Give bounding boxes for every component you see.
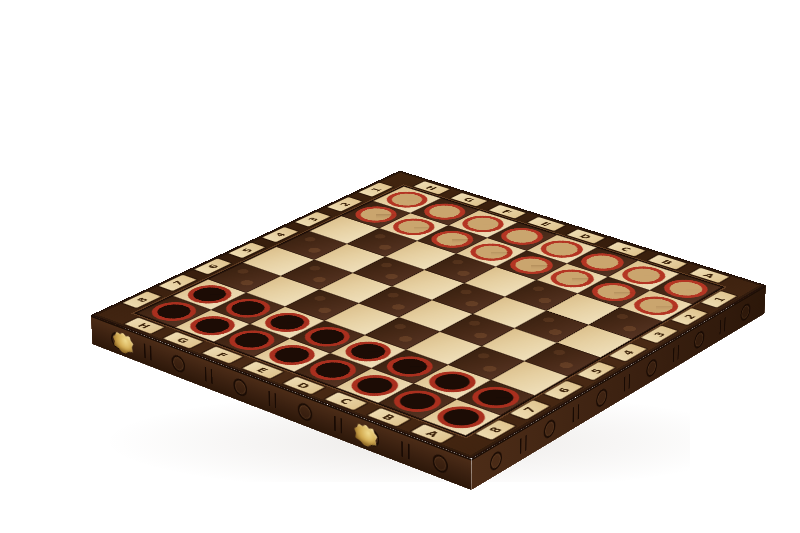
bar-carving-icon bbox=[334, 415, 342, 433]
piece-glyph: ♜ bbox=[426, 346, 496, 424]
bar-carving-icon bbox=[573, 404, 580, 423]
spiral-carving-icon bbox=[490, 449, 502, 474]
photo-stage: ABCDEFGH ABCDEFGH 87654321 87654321 ♜♞♝♛… bbox=[0, 0, 800, 533]
bar-carving-icon bbox=[624, 374, 631, 393]
piece-glyph: ♟ bbox=[630, 254, 682, 312]
spiral-carving-icon bbox=[297, 401, 312, 424]
spiral-carving-icon bbox=[646, 357, 657, 380]
bar-carving-icon bbox=[673, 345, 679, 363]
spiral-carving-icon bbox=[694, 328, 705, 351]
bar-carving-icon bbox=[205, 367, 213, 385]
bar-carving-icon bbox=[144, 343, 152, 361]
bar-carving-icon bbox=[720, 317, 726, 335]
spiral-carving-icon bbox=[596, 386, 608, 410]
spiral-carving-icon bbox=[740, 301, 751, 323]
spiral-carving-icon bbox=[433, 452, 448, 475]
bar-carving-icon bbox=[520, 435, 527, 454]
bar-carving-icon bbox=[268, 391, 276, 409]
spiral-carving-icon bbox=[544, 417, 556, 441]
spiral-carving-icon bbox=[171, 353, 185, 375]
bar-carving-icon bbox=[401, 441, 410, 460]
spiral-carving-icon bbox=[233, 376, 247, 398]
